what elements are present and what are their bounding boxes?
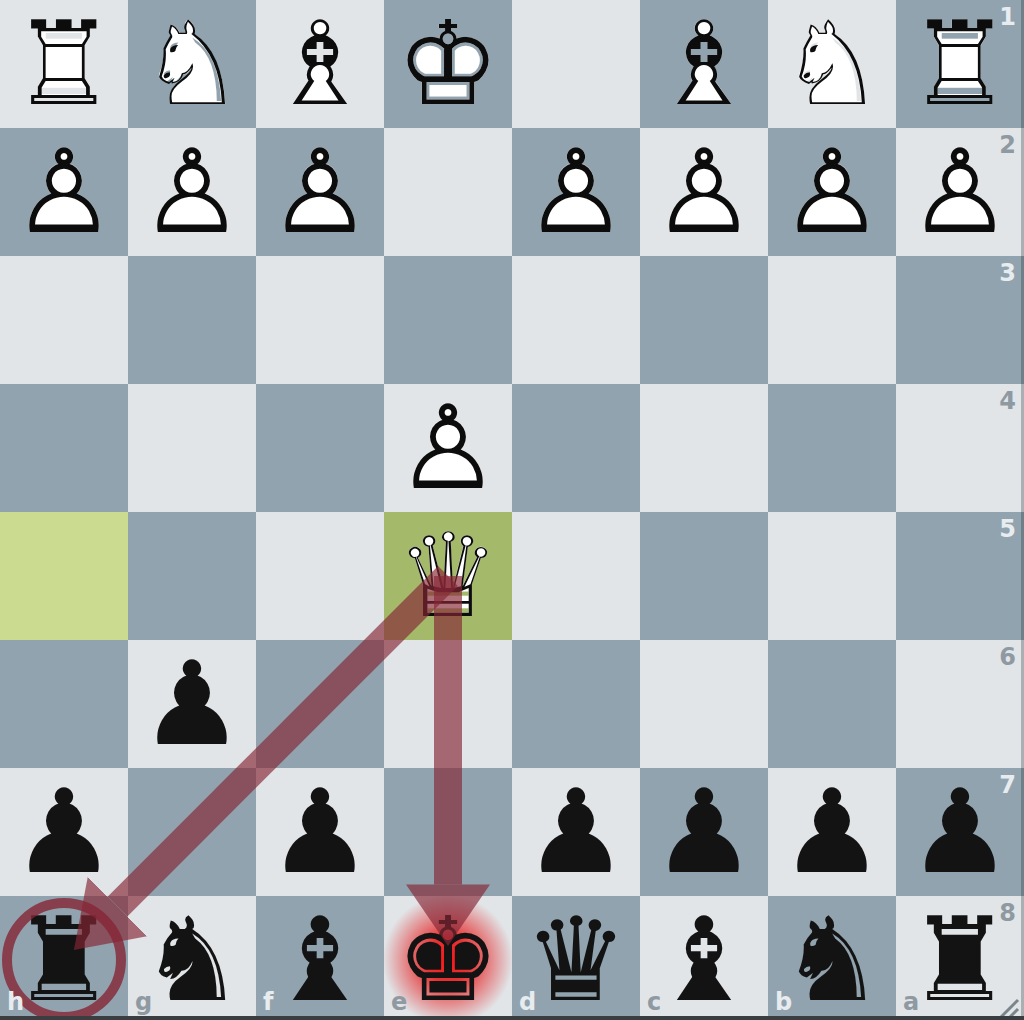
square-f6[interactable]: [256, 640, 384, 768]
black-bishop-icon: ♝: [256, 896, 384, 1020]
square-b7[interactable]: ♟: [768, 768, 896, 896]
square-c6[interactable]: [640, 640, 768, 768]
square-g2[interactable]: ♟♙: [128, 128, 256, 256]
square-e8[interactable]: ♚: [384, 896, 512, 1020]
square-g7[interactable]: [128, 768, 256, 896]
piece-outline-icon: ♙: [0, 128, 128, 256]
white-pawn-piece[interactable]: ♟♙: [256, 128, 384, 256]
white-pawn-icon: ♟: [384, 384, 512, 512]
square-a3[interactable]: [896, 256, 1024, 384]
black-rook-icon: ♜: [896, 896, 1024, 1020]
square-c3[interactable]: [640, 256, 768, 384]
square-f3[interactable]: [256, 256, 384, 384]
square-d3[interactable]: [512, 256, 640, 384]
square-a1[interactable]: ♜♖: [896, 0, 1024, 128]
square-d6[interactable]: [512, 640, 640, 768]
square-b8[interactable]: ♞: [768, 896, 896, 1020]
piece-outline-icon: ♙: [896, 128, 1024, 256]
square-d1[interactable]: [512, 0, 640, 128]
white-pawn-piece[interactable]: ♟♙: [512, 128, 640, 256]
square-c1[interactable]: ♝♗: [640, 0, 768, 128]
square-h8[interactable]: ♜: [0, 896, 128, 1020]
square-h7[interactable]: ♟: [0, 768, 128, 896]
square-b1[interactable]: ♞♘: [768, 0, 896, 128]
piece-outline-icon: ♙: [256, 128, 384, 256]
square-c5[interactable]: [640, 512, 768, 640]
square-f5[interactable]: [256, 512, 384, 640]
black-pawn-piece[interactable]: ♟: [640, 768, 768, 896]
square-b4[interactable]: [768, 384, 896, 512]
white-bishop-icon: ♝: [640, 0, 768, 128]
black-queen-icon: ♛: [512, 896, 640, 1020]
white-bishop-piece[interactable]: ♝♗: [256, 0, 384, 128]
square-e2[interactable]: [384, 128, 512, 256]
square-f8[interactable]: ♝: [256, 896, 384, 1020]
square-d5[interactable]: [512, 512, 640, 640]
white-bishop-icon: ♝: [256, 0, 384, 128]
white-pawn-piece[interactable]: ♟♙: [896, 128, 1024, 256]
piece-outline-icon: ♗: [640, 0, 768, 128]
piece-outline-icon: ♙: [128, 128, 256, 256]
chess-board-container: ♜♖♞♘♝♗♚♔♝♗♞♘♜♖♟♙♟♙♟♙♟♙♟♙♟♙♟♙♟♙♛♕♟♟♟♟♟♟♟♜…: [0, 0, 1024, 1020]
square-e1[interactable]: ♚♔: [384, 0, 512, 128]
piece-outline-icon: ♗: [256, 0, 384, 128]
square-d2[interactable]: ♟♙: [512, 128, 640, 256]
square-h6[interactable]: [0, 640, 128, 768]
white-knight-piece[interactable]: ♞♘: [128, 0, 256, 128]
square-g6[interactable]: ♟: [128, 640, 256, 768]
white-pawn-icon: ♟: [128, 128, 256, 256]
square-d7[interactable]: ♟: [512, 768, 640, 896]
black-bishop-piece[interactable]: ♝: [640, 896, 768, 1020]
square-e6[interactable]: [384, 640, 512, 768]
white-pawn-icon: ♟: [256, 128, 384, 256]
white-pawn-icon: ♟: [640, 128, 768, 256]
white-pawn-icon: ♟: [768, 128, 896, 256]
square-e5[interactable]: ♛♕: [384, 512, 512, 640]
square-g5[interactable]: [128, 512, 256, 640]
piece-outline-icon: ♖: [896, 0, 1024, 128]
square-g1[interactable]: ♞♘: [128, 0, 256, 128]
black-pawn-icon: ♟: [768, 768, 896, 896]
black-knight-icon: ♞: [768, 896, 896, 1020]
black-pawn-piece[interactable]: ♟: [768, 768, 896, 896]
black-pawn-icon: ♟: [640, 768, 768, 896]
black-pawn-icon: ♟: [0, 768, 128, 896]
black-knight-icon: ♞: [128, 896, 256, 1020]
white-queen-piece[interactable]: ♛♕: [384, 512, 512, 640]
white-pawn-icon: ♟: [896, 128, 1024, 256]
white-rook-icon: ♜: [0, 0, 128, 128]
black-pawn-icon: ♟: [512, 768, 640, 896]
square-b5[interactable]: [768, 512, 896, 640]
square-e4[interactable]: ♟♙: [384, 384, 512, 512]
black-knight-piece[interactable]: ♞: [768, 896, 896, 1020]
square-d8[interactable]: ♛: [512, 896, 640, 1020]
piece-outline-icon: ♖: [0, 0, 128, 128]
piece-outline-icon: ♙: [640, 128, 768, 256]
square-a2[interactable]: ♟♙: [896, 128, 1024, 256]
white-rook-icon: ♜: [896, 0, 1024, 128]
white-knight-piece[interactable]: ♞♘: [768, 0, 896, 128]
black-king-piece[interactable]: ♚: [384, 896, 512, 1020]
black-bishop-icon: ♝: [640, 896, 768, 1020]
piece-outline-icon: ♙: [384, 384, 512, 512]
black-pawn-piece[interactable]: ♟: [512, 768, 640, 896]
square-c2[interactable]: ♟♙: [640, 128, 768, 256]
black-queen-piece[interactable]: ♛: [512, 896, 640, 1020]
black-pawn-piece[interactable]: ♟: [896, 768, 1024, 896]
square-a5[interactable]: [896, 512, 1024, 640]
black-pawn-icon: ♟: [128, 640, 256, 768]
white-queen-icon: ♛: [384, 512, 512, 640]
square-b6[interactable]: [768, 640, 896, 768]
square-d4[interactable]: [512, 384, 640, 512]
piece-outline-icon: ♔: [384, 0, 512, 128]
chess-board[interactable]: ♜♖♞♘♝♗♚♔♝♗♞♘♜♖♟♙♟♙♟♙♟♙♟♙♟♙♟♙♟♙♛♕♟♟♟♟♟♟♟♜…: [0, 0, 1024, 1020]
square-a7[interactable]: ♟: [896, 768, 1024, 896]
black-rook-piece[interactable]: ♜: [896, 896, 1024, 1020]
square-f1[interactable]: ♝♗: [256, 0, 384, 128]
black-pawn-piece[interactable]: ♟: [128, 640, 256, 768]
piece-outline-icon: ♘: [768, 0, 896, 128]
black-pawn-icon: ♟: [896, 768, 1024, 896]
piece-outline-icon: ♘: [128, 0, 256, 128]
black-king-icon: ♚: [384, 896, 512, 1020]
square-g8[interactable]: ♞: [128, 896, 256, 1020]
square-f2[interactable]: ♟♙: [256, 128, 384, 256]
white-pawn-icon: ♟: [0, 128, 128, 256]
black-knight-piece[interactable]: ♞: [128, 896, 256, 1020]
square-h4[interactable]: [0, 384, 128, 512]
black-bishop-piece[interactable]: ♝: [256, 896, 384, 1020]
square-a6[interactable]: [896, 640, 1024, 768]
square-b2[interactable]: ♟♙: [768, 128, 896, 256]
white-pawn-piece[interactable]: ♟♙: [768, 128, 896, 256]
square-g4[interactable]: [128, 384, 256, 512]
square-h2[interactable]: ♟♙: [0, 128, 128, 256]
square-b3[interactable]: [768, 256, 896, 384]
piece-outline-icon: ♙: [512, 128, 640, 256]
white-pawn-piece[interactable]: ♟♙: [384, 384, 512, 512]
white-rook-piece[interactable]: ♜♖: [896, 0, 1024, 128]
black-rook-icon: ♜: [0, 896, 128, 1020]
black-pawn-piece[interactable]: ♟: [256, 768, 384, 896]
black-pawn-icon: ♟: [256, 768, 384, 896]
white-pawn-icon: ♟: [512, 128, 640, 256]
white-pawn-piece[interactable]: ♟♙: [640, 128, 768, 256]
square-f4[interactable]: [256, 384, 384, 512]
black-rook-piece[interactable]: ♜: [0, 896, 128, 1020]
white-pawn-piece[interactable]: ♟♙: [0, 128, 128, 256]
square-a4[interactable]: [896, 384, 1024, 512]
bottom-edge-bar: [0, 1016, 1024, 1020]
square-c4[interactable]: [640, 384, 768, 512]
square-e3[interactable]: [384, 256, 512, 384]
white-knight-icon: ♞: [768, 0, 896, 128]
white-pawn-piece[interactable]: ♟♙: [128, 128, 256, 256]
square-h5[interactable]: [0, 512, 128, 640]
black-pawn-piece[interactable]: ♟: [0, 768, 128, 896]
square-e7[interactable]: [384, 768, 512, 896]
square-c8[interactable]: ♝: [640, 896, 768, 1020]
white-king-icon: ♚: [384, 0, 512, 128]
piece-outline-icon: ♙: [768, 128, 896, 256]
square-c7[interactable]: ♟: [640, 768, 768, 896]
white-bishop-piece[interactable]: ♝♗: [640, 0, 768, 128]
square-a8[interactable]: ♜: [896, 896, 1024, 1020]
square-h1[interactable]: ♜♖: [0, 0, 128, 128]
white-knight-icon: ♞: [128, 0, 256, 128]
square-h3[interactable]: [0, 256, 128, 384]
square-f7[interactable]: ♟: [256, 768, 384, 896]
square-g3[interactable]: [128, 256, 256, 384]
white-king-piece[interactable]: ♚♔: [384, 0, 512, 128]
piece-outline-icon: ♕: [384, 512, 512, 640]
white-rook-piece[interactable]: ♜♖: [0, 0, 128, 128]
